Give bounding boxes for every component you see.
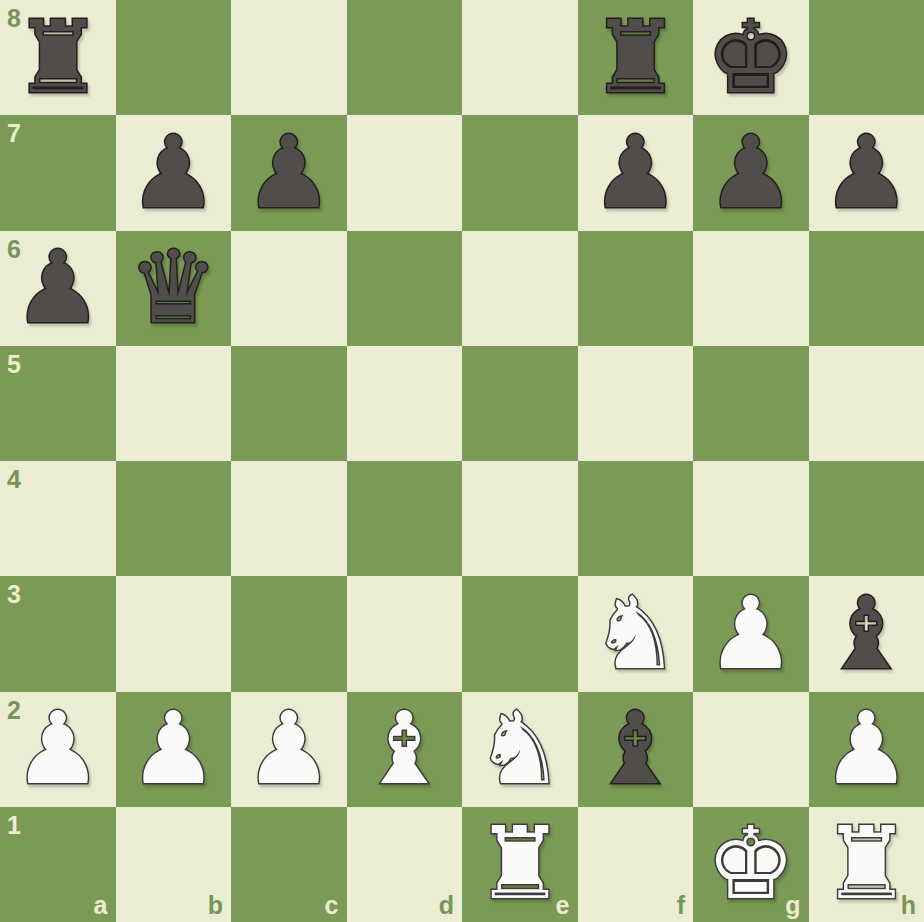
- black-pawn-b7[interactable]: ♟: [128, 123, 218, 223]
- square-f6[interactable]: [578, 231, 694, 346]
- square-g8[interactable]: ♚: [693, 0, 809, 115]
- square-h6[interactable]: [809, 231, 924, 346]
- square-h7[interactable]: ♟: [809, 115, 924, 230]
- square-d3[interactable]: [347, 576, 463, 691]
- black-bishop-h3[interactable]: ♝: [821, 584, 911, 684]
- white-king-g1[interactable]: ♚: [706, 814, 796, 914]
- black-king-g8[interactable]: ♚: [706, 8, 796, 108]
- square-d8[interactable]: [347, 0, 463, 115]
- square-d1[interactable]: d: [347, 807, 463, 922]
- white-rook-h1[interactable]: ♜: [821, 814, 911, 914]
- square-e2[interactable]: ♞: [462, 692, 578, 807]
- square-d5[interactable]: [347, 346, 463, 461]
- square-f4[interactable]: [578, 461, 694, 576]
- square-c3[interactable]: [231, 576, 347, 691]
- white-knight-f3[interactable]: ♞: [590, 584, 680, 684]
- square-c5[interactable]: [231, 346, 347, 461]
- white-pawn-g3[interactable]: ♟: [706, 584, 796, 684]
- square-a3[interactable]: 3: [0, 576, 116, 691]
- black-queen-b6[interactable]: ♛: [128, 238, 218, 338]
- square-h4[interactable]: [809, 461, 924, 576]
- chess-board: 8♜♜♚7♟♟♟♟♟6♟♛543♞♟♝2♟♟♟♝♞♝♟1abcde♜fg♚h♜: [0, 0, 924, 922]
- square-g7[interactable]: ♟: [693, 115, 809, 230]
- rank-label-1: 1: [7, 813, 21, 838]
- square-h1[interactable]: h♜: [809, 807, 924, 922]
- square-c6[interactable]: [231, 231, 347, 346]
- square-b7[interactable]: ♟: [116, 115, 232, 230]
- white-knight-e2[interactable]: ♞: [475, 699, 565, 799]
- square-g3[interactable]: ♟: [693, 576, 809, 691]
- white-bishop-d2[interactable]: ♝: [359, 699, 449, 799]
- square-b1[interactable]: b: [116, 807, 232, 922]
- black-bishop-f2[interactable]: ♝: [590, 699, 680, 799]
- file-label-a: a: [94, 893, 108, 918]
- square-a5[interactable]: 5: [0, 346, 116, 461]
- square-h8[interactable]: [809, 0, 924, 115]
- square-c2[interactable]: ♟: [231, 692, 347, 807]
- square-g2[interactable]: [693, 692, 809, 807]
- square-a7[interactable]: 7: [0, 115, 116, 230]
- file-label-b: b: [208, 893, 223, 918]
- square-f3[interactable]: ♞: [578, 576, 694, 691]
- white-pawn-b2[interactable]: ♟: [128, 699, 218, 799]
- white-rook-e1[interactable]: ♜: [475, 814, 565, 914]
- square-e7[interactable]: [462, 115, 578, 230]
- file-label-c: c: [325, 893, 339, 918]
- square-e8[interactable]: [462, 0, 578, 115]
- square-a6[interactable]: 6♟: [0, 231, 116, 346]
- square-d6[interactable]: [347, 231, 463, 346]
- square-e4[interactable]: [462, 461, 578, 576]
- square-g5[interactable]: [693, 346, 809, 461]
- square-b8[interactable]: [116, 0, 232, 115]
- square-h3[interactable]: ♝: [809, 576, 924, 691]
- square-a2[interactable]: 2♟: [0, 692, 116, 807]
- black-pawn-a6[interactable]: ♟: [13, 238, 103, 338]
- black-pawn-f7[interactable]: ♟: [590, 123, 680, 223]
- square-g1[interactable]: g♚: [693, 807, 809, 922]
- square-a1[interactable]: 1a: [0, 807, 116, 922]
- black-rook-f8[interactable]: ♜: [590, 8, 680, 108]
- square-a8[interactable]: 8♜: [0, 0, 116, 115]
- square-h2[interactable]: ♟: [809, 692, 924, 807]
- square-e1[interactable]: e♜: [462, 807, 578, 922]
- square-f5[interactable]: [578, 346, 694, 461]
- square-b2[interactable]: ♟: [116, 692, 232, 807]
- black-pawn-g7[interactable]: ♟: [706, 123, 796, 223]
- square-e5[interactable]: [462, 346, 578, 461]
- square-f8[interactable]: ♜: [578, 0, 694, 115]
- rank-label-4: 4: [7, 467, 21, 492]
- rank-label-5: 5: [7, 352, 21, 377]
- black-pawn-c7[interactable]: ♟: [244, 123, 334, 223]
- square-b6[interactable]: ♛: [116, 231, 232, 346]
- square-h5[interactable]: [809, 346, 924, 461]
- square-d4[interactable]: [347, 461, 463, 576]
- square-f1[interactable]: f: [578, 807, 694, 922]
- square-g6[interactable]: [693, 231, 809, 346]
- square-e3[interactable]: [462, 576, 578, 691]
- square-f2[interactable]: ♝: [578, 692, 694, 807]
- square-c7[interactable]: ♟: [231, 115, 347, 230]
- file-label-f: f: [677, 893, 685, 918]
- white-pawn-a2[interactable]: ♟: [13, 699, 103, 799]
- black-pawn-h7[interactable]: ♟: [821, 123, 911, 223]
- square-c4[interactable]: [231, 461, 347, 576]
- square-c1[interactable]: c: [231, 807, 347, 922]
- square-b4[interactable]: [116, 461, 232, 576]
- white-pawn-c2[interactable]: ♟: [244, 699, 334, 799]
- square-e6[interactable]: [462, 231, 578, 346]
- square-b3[interactable]: [116, 576, 232, 691]
- rank-label-3: 3: [7, 582, 21, 607]
- square-a4[interactable]: 4: [0, 461, 116, 576]
- white-pawn-h2[interactable]: ♟: [821, 699, 911, 799]
- rank-label-7: 7: [7, 121, 21, 146]
- black-rook-a8[interactable]: ♜: [13, 8, 103, 108]
- square-d2[interactable]: ♝: [347, 692, 463, 807]
- file-label-d: d: [439, 893, 454, 918]
- square-b5[interactable]: [116, 346, 232, 461]
- square-d7[interactable]: [347, 115, 463, 230]
- square-f7[interactable]: ♟: [578, 115, 694, 230]
- square-g4[interactable]: [693, 461, 809, 576]
- square-c8[interactable]: [231, 0, 347, 115]
